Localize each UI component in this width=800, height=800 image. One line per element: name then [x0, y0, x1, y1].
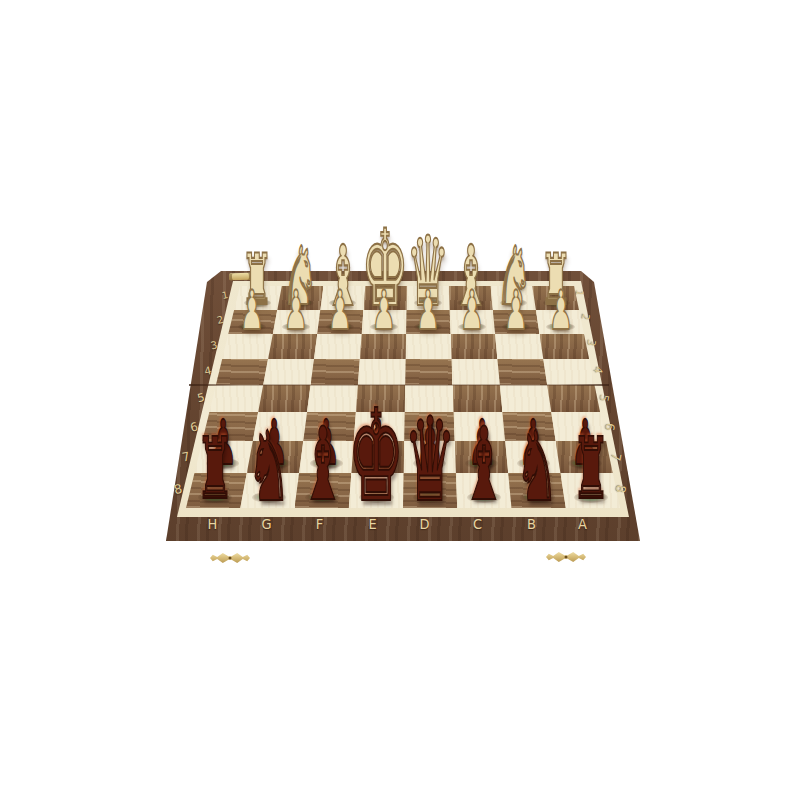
chess-piece-glyph: ♞ [516, 418, 559, 515]
chess-piece-glyph: ♟ [240, 282, 264, 336]
chess-piece-glyph: ♝ [300, 415, 345, 515]
chess-piece-glyph: ♝ [461, 415, 506, 515]
chess-piece-glyph: ♛ [404, 402, 456, 518]
chess-piece-glyph: ♟ [416, 282, 440, 336]
chess-piece-glyph: ♟ [460, 282, 484, 336]
chess-piece-glyph: ♜ [572, 428, 610, 513]
chess-piece-glyph: ♟ [284, 282, 308, 336]
chess-set-photo: HGFEDCBA1234567812345678 ♜♞♝♚♛♝♞♜♟♟♟♟♟♟♟… [0, 0, 800, 800]
chess-piece-glyph: ♟ [328, 282, 352, 336]
chess-piece-glyph: ♟ [548, 282, 572, 336]
chess-piece-glyph: ♜ [196, 428, 234, 513]
chess-piece-glyph: ♟ [372, 282, 396, 336]
pieces-layer: ♜♞♝♚♛♝♞♜♟♟♟♟♟♟♟♟♟♟♟♟♟♟♟♟♜♞♝♚♛♝♞♜ [0, 0, 800, 800]
chess-piece-glyph: ♞ [247, 418, 290, 515]
chess-piece-glyph: ♚ [348, 393, 405, 521]
chess-piece-glyph: ♟ [504, 282, 528, 336]
